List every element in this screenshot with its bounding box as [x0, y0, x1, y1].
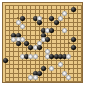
screenshot-root	[0, 0, 86, 86]
grid-vline	[56, 5, 57, 82]
star-point	[68, 17, 70, 19]
white-stone	[66, 54, 71, 59]
black-stone	[37, 71, 42, 76]
white-stone	[33, 75, 38, 80]
black-stone	[71, 45, 76, 50]
grid-vline	[77, 5, 78, 82]
white-stone	[58, 16, 63, 21]
white-stone	[58, 62, 63, 67]
white-stone	[66, 75, 71, 80]
white-stone	[49, 66, 54, 71]
white-stone	[20, 24, 25, 29]
grid-hline	[5, 81, 82, 82]
white-stone	[33, 54, 38, 59]
grid-vline	[73, 5, 74, 82]
star-point	[17, 17, 19, 19]
white-stone	[62, 28, 67, 33]
black-stone	[49, 28, 54, 33]
black-stone	[41, 66, 46, 71]
black-stone	[20, 16, 25, 21]
white-stone	[62, 11, 67, 16]
grid-hline	[5, 60, 82, 61]
grid-hline	[5, 64, 82, 65]
star-point	[68, 68, 70, 70]
black-stone	[71, 7, 76, 12]
black-stone	[45, 37, 50, 42]
grid-vline	[47, 5, 48, 82]
star-point	[17, 68, 19, 70]
go-board[interactable]	[2, 2, 83, 83]
black-stone	[3, 58, 8, 63]
black-stone	[16, 41, 21, 46]
grid-vline	[81, 5, 82, 82]
black-stone	[37, 20, 42, 25]
black-stone	[54, 20, 59, 25]
black-stone	[37, 45, 42, 50]
black-stone	[71, 37, 76, 42]
grid-hline	[5, 73, 82, 74]
grid-hline	[5, 51, 82, 52]
